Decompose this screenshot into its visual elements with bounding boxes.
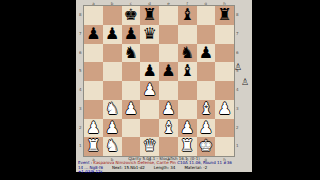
square-g6: ♟ [197, 44, 216, 63]
square-d5: ♟ [140, 62, 159, 81]
captured-material-tray: ♙♙ [234, 58, 252, 98]
square-c6: ♞ [122, 44, 141, 63]
piece-black-rook-h8: ♜ [215, 6, 234, 25]
square-g2: ♟ [197, 119, 216, 138]
square-f1: ♜ [178, 137, 197, 156]
square-e1 [159, 137, 178, 156]
game-length: Length: 34 [154, 166, 176, 170]
video-frame: abcdefgh abcdefgh 87654321 87654321 ♚♜♝♜… [0, 0, 320, 180]
engine-eval-line: +1.03/9 12s [76, 170, 252, 174]
piece-black-bishop-f8: ♝ [178, 6, 197, 25]
square-d8: ♜ [140, 6, 159, 25]
file-label-a: a [84, 1, 103, 6]
square-d2 [140, 119, 159, 138]
square-a8 [84, 6, 103, 25]
square-h8: ♜ [215, 6, 234, 25]
square-d3 [140, 100, 159, 119]
next-move: Next: 15.Nb1-d2 [112, 166, 145, 170]
square-a5 [84, 62, 103, 81]
chess-board: ♚♜♝♜♟♟♟♛♞♞♟♟♟♝♟♞♟♟♝♟♟♟♝♟♟♜♞♛♜♚ [84, 6, 234, 156]
piece-black-bishop-f5: ♝ [178, 62, 197, 81]
square-h4 [215, 81, 234, 100]
square-h1 [215, 137, 234, 156]
rank-label-5: 5 [79, 62, 82, 81]
rank-label-7: 7 [236, 25, 239, 44]
piece-black-pawn-e5: ♟ [159, 62, 178, 81]
piece-black-knight-f6: ♞ [178, 44, 197, 63]
square-e8 [159, 6, 178, 25]
square-e5: ♟ [159, 62, 178, 81]
square-a6 [84, 44, 103, 63]
rank-label-3: 3 [236, 100, 239, 119]
piece-white-pawn-f2: ♟ [178, 119, 197, 138]
square-b2: ♟ [103, 119, 122, 138]
square-a3 [84, 100, 103, 119]
piece-white-queen-d1: ♛ [140, 137, 159, 156]
square-d1: ♛ [140, 137, 159, 156]
square-g8 [197, 6, 216, 25]
square-c1 [122, 137, 141, 156]
rank-label-2: 2 [79, 119, 82, 138]
square-a7: ♟ [84, 25, 103, 44]
piece-black-pawn-b7: ♟ [103, 25, 122, 44]
square-e3: ♟ [159, 100, 178, 119]
square-g7 [197, 25, 216, 44]
square-d4: ♟ [140, 81, 159, 100]
square-e2: ♝ [159, 119, 178, 138]
square-c3: ♟ [122, 100, 141, 119]
square-b6 [103, 44, 122, 63]
square-b4 [103, 81, 122, 100]
piece-white-pawn-d4: ♟ [140, 81, 159, 100]
rank-label-7: 7 [79, 25, 82, 44]
square-g1: ♚ [197, 137, 216, 156]
piece-white-pawn-b2: ♟ [103, 119, 122, 138]
file-labels-top: abcdefgh [84, 1, 234, 6]
square-h6 [215, 44, 234, 63]
square-e4 [159, 81, 178, 100]
square-a2: ♟ [84, 119, 103, 138]
square-b7: ♟ [103, 25, 122, 44]
square-b8 [103, 6, 122, 25]
piece-black-pawn-a7: ♟ [84, 25, 103, 44]
file-label-g: g [197, 1, 216, 6]
piece-white-rook-a1: ♜ [84, 137, 103, 156]
rank-label-1: 1 [236, 137, 239, 156]
square-f7 [178, 25, 197, 44]
square-h7 [215, 25, 234, 44]
square-e7 [159, 25, 178, 44]
piece-black-pawn-c7: ♟ [122, 25, 141, 44]
square-g4 [197, 81, 216, 100]
white-pawn-icon: ♙ [234, 62, 242, 72]
rank-label-8: 8 [79, 6, 82, 25]
square-b1: ♞ [103, 137, 122, 156]
square-f4 [178, 81, 197, 100]
square-d7: ♛ [140, 25, 159, 44]
chess-panel: abcdefgh abcdefgh 87654321 87654321 ♚♜♝♜… [76, 0, 252, 172]
square-b5 [103, 62, 122, 81]
square-c4 [122, 81, 141, 100]
file-label-e: e [159, 1, 178, 6]
square-f5: ♝ [178, 62, 197, 81]
square-h2 [215, 119, 234, 138]
piece-white-pawn-a2: ♟ [84, 119, 103, 138]
piece-white-rook-f1: ♜ [178, 137, 197, 156]
white-pawn-icon: ♙ [241, 77, 249, 87]
square-a4 [84, 81, 103, 100]
piece-white-pawn-g2: ♟ [197, 119, 216, 138]
piece-white-bishop-g3: ♝ [197, 100, 216, 119]
rank-label-2: 2 [236, 119, 239, 138]
square-f3 [178, 100, 197, 119]
square-d6 [140, 44, 159, 63]
piece-black-pawn-g6: ♟ [197, 44, 216, 63]
piece-white-pawn-c3: ♟ [122, 100, 141, 119]
piece-black-rook-d8: ♜ [140, 6, 159, 25]
rank-label-1: 1 [79, 137, 82, 156]
square-b3: ♞ [103, 100, 122, 119]
piece-black-pawn-d5: ♟ [140, 62, 159, 81]
piece-white-bishop-e2: ♝ [159, 119, 178, 138]
piece-white-pawn-e3: ♟ [159, 100, 178, 119]
rank-labels-left: 87654321 [79, 6, 82, 156]
game-info-footer: Clarity 5.04.1 - Stockfish 16.1, (0-1) E… [76, 157, 252, 174]
square-h5 [215, 62, 234, 81]
square-f2: ♟ [178, 119, 197, 138]
piece-black-knight-c6: ♞ [122, 44, 141, 63]
square-c5 [122, 62, 141, 81]
square-e6 [159, 44, 178, 63]
square-c2 [122, 119, 141, 138]
square-a1: ♜ [84, 137, 103, 156]
square-f6: ♞ [178, 44, 197, 63]
file-label-b: b [103, 1, 122, 6]
piece-white-king-g1: ♚ [197, 137, 216, 156]
square-g5 [197, 62, 216, 81]
square-h3: ♟ [215, 100, 234, 119]
rank-label-8: 8 [236, 6, 239, 25]
piece-black-king-c8: ♚ [122, 6, 141, 25]
piece-white-knight-b1: ♞ [103, 137, 122, 156]
material-balance: Material: -2 [184, 166, 207, 170]
piece-black-queen-d7: ♛ [140, 25, 159, 44]
rank-label-6: 6 [79, 44, 82, 63]
square-c8: ♚ [122, 6, 141, 25]
rank-label-3: 3 [79, 100, 82, 119]
square-f8: ♝ [178, 6, 197, 25]
piece-white-knight-b3: ♞ [103, 100, 122, 119]
square-c7: ♟ [122, 25, 141, 44]
square-g3: ♝ [197, 100, 216, 119]
rank-label-4: 4 [79, 81, 82, 100]
piece-white-pawn-h3: ♟ [215, 100, 234, 119]
